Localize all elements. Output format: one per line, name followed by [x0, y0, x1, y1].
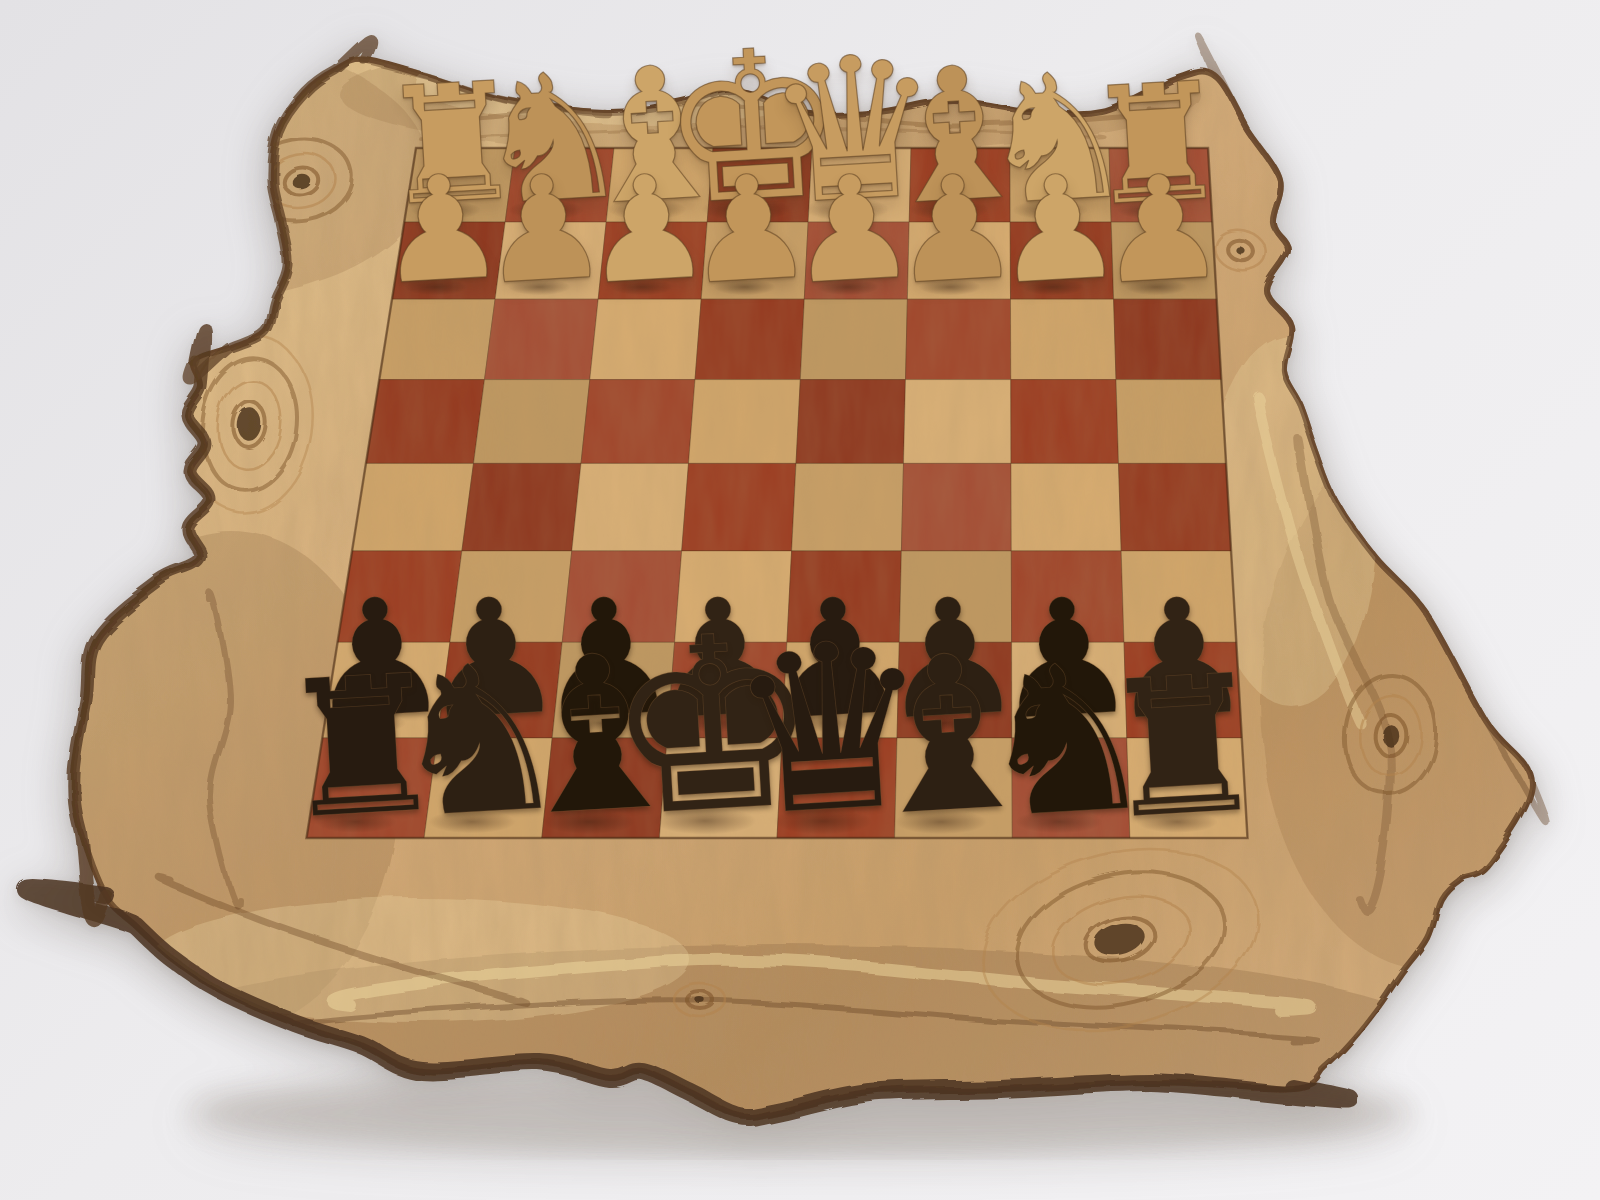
photo-backdrop: ♜♞♝♚♛♝♞♜♟♟♟♟♟♟♟♟♟♟♟♟♟♟♟♟♜♞♝♚♛♝♞♜	[0, 0, 1600, 1200]
piece-white-pawn[interactable]: ♟	[1007, 148, 1315, 310]
piece-black-rook[interactable]: ♜	[1028, 644, 1338, 849]
